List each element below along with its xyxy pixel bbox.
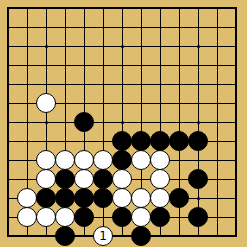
black-stone xyxy=(93,169,113,189)
white-stone xyxy=(93,150,113,170)
black-stone xyxy=(131,131,151,151)
white-stone xyxy=(150,188,170,208)
white-stone xyxy=(36,207,56,227)
black-stone xyxy=(74,188,94,208)
black-stone xyxy=(55,188,75,208)
black-stone xyxy=(188,207,208,227)
star-point xyxy=(197,121,200,124)
black-stone xyxy=(150,207,170,227)
go-board: 1 xyxy=(0,0,247,247)
star-point xyxy=(197,197,200,200)
white-stone xyxy=(55,207,75,227)
star-point xyxy=(45,121,48,124)
white-stone xyxy=(17,207,37,227)
black-stone xyxy=(131,226,151,246)
black-stone xyxy=(74,207,94,227)
black-stone xyxy=(169,131,189,151)
white-stone xyxy=(74,150,94,170)
move-number-label: 1 xyxy=(99,230,107,242)
star-point xyxy=(121,121,124,124)
star-point xyxy=(197,45,200,48)
white-stone xyxy=(131,207,151,227)
black-stone xyxy=(55,169,75,189)
marked-stone: 1 xyxy=(93,226,113,246)
white-stone xyxy=(74,169,94,189)
go-diagram: 1 xyxy=(0,0,247,247)
black-stone xyxy=(55,226,75,246)
black-stone xyxy=(36,188,56,208)
black-stone xyxy=(169,188,189,208)
black-stone xyxy=(112,131,132,151)
white-stone xyxy=(36,93,56,113)
star-point xyxy=(121,45,124,48)
white-stone xyxy=(112,169,132,189)
white-stone xyxy=(17,188,37,208)
white-stone xyxy=(131,150,151,170)
white-stone xyxy=(36,169,56,189)
black-stone xyxy=(188,169,208,189)
black-stone xyxy=(112,207,132,227)
white-stone xyxy=(150,150,170,170)
white-stone xyxy=(131,188,151,208)
star-point xyxy=(45,45,48,48)
black-stone xyxy=(93,188,113,208)
black-stone xyxy=(112,150,132,170)
black-stone xyxy=(188,131,208,151)
black-stone xyxy=(150,131,170,151)
white-stone xyxy=(112,188,132,208)
white-stone xyxy=(36,150,56,170)
board-line-vertical xyxy=(217,7,218,237)
black-stone xyxy=(74,112,94,132)
white-stone xyxy=(150,169,170,189)
white-stone xyxy=(55,150,75,170)
